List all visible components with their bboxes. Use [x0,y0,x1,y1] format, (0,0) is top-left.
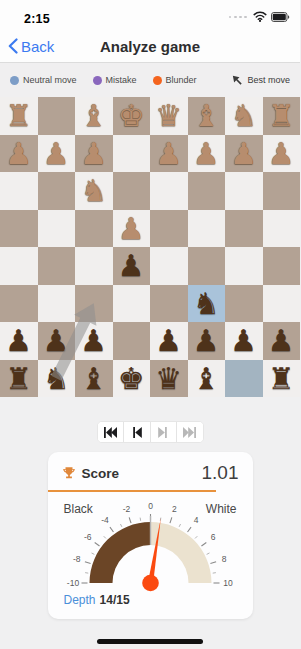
square-g5[interactable] [38,247,76,285]
square-a7[interactable]: ♟ [263,322,301,360]
step-forward-icon [157,427,169,438]
square-c5[interactable] [188,247,226,285]
home-indicator[interactable] [97,639,203,644]
piece-bP-c7: ♟ [193,322,220,360]
piece-bQ-d8: ♛ [155,360,182,398]
square-d1[interactable]: ♛ [150,97,188,135]
legend-blunder: Blunder [153,75,197,85]
square-g1[interactable] [38,97,76,135]
depth-label: Depth [64,593,96,607]
evaluation-gauge: -10-8-6-4-20246810 [48,498,253,598]
board-grid: ♜♝♚♛♝♞♜♟♟♟♟♟♟♟♞♟♟♞♟♟♟♟♟♟♟♜♞♝♚♛♝♜ [0,97,300,397]
svg-text:0: 0 [148,501,153,511]
piece-wK-e1: ♚ [118,97,145,135]
square-h4[interactable] [0,210,38,248]
square-e6[interactable] [113,285,151,323]
trophy-icon [62,466,76,480]
square-f3[interactable]: ♞ [75,172,113,210]
legend-neutral: Neutral move [10,75,77,85]
square-f7[interactable]: ♟ [75,322,113,360]
square-a2[interactable]: ♟ [263,135,301,173]
status-bar: 2:15 [0,0,300,30]
square-b5[interactable] [225,247,263,285]
square-f4[interactable] [75,210,113,248]
square-c1[interactable]: ♝ [188,97,226,135]
square-d4[interactable] [150,210,188,248]
square-f2[interactable]: ♟ [75,135,113,173]
piece-wP-f2: ♟ [80,135,107,173]
score-value: 1.01 [202,462,239,484]
back-button[interactable]: Back [0,38,54,55]
piece-wP-c2: ♟ [193,135,220,173]
square-g3[interactable] [38,172,76,210]
piece-wQ-d1: ♛ [155,97,182,135]
cellular-signal-icon [229,16,247,19]
piece-bP-a7: ♟ [268,322,295,360]
square-h8[interactable]: ♜ [0,360,38,398]
move-legend: Neutral move Mistake Blunder Best move [0,62,300,97]
square-h5[interactable] [0,247,38,285]
square-b7[interactable]: ♟ [225,322,263,360]
svg-text:10: 10 [223,578,233,588]
square-h6[interactable] [0,285,38,323]
square-e5[interactable]: ♟ [113,247,151,285]
svg-text:-6: -6 [84,532,92,542]
step-back-icon [131,427,143,438]
square-a6[interactable] [263,285,301,323]
nav-bar: Back Analyze game [0,30,300,62]
square-d6[interactable] [150,285,188,323]
square-h1[interactable]: ♜ [0,97,38,135]
piece-bB-f8: ♝ [80,360,107,398]
square-g2[interactable]: ♟ [38,135,76,173]
svg-text:6: 6 [210,532,215,542]
square-h2[interactable]: ♟ [0,135,38,173]
square-g6[interactable] [38,285,76,323]
square-e2[interactable] [113,135,151,173]
piece-wB-c1: ♝ [193,97,220,135]
piece-wP-e4: ♟ [118,210,145,248]
square-f5[interactable] [75,247,113,285]
piece-bR-a8: ♜ [268,360,295,398]
legend-best-move: Best move [231,74,290,86]
svg-text:-10: -10 [66,578,79,588]
skip-to-start-button[interactable] [98,422,125,442]
square-e8[interactable]: ♚ [113,360,151,398]
piece-bP-d7: ♟ [155,322,182,360]
piece-bP-b7: ♟ [230,322,257,360]
svg-text:8: 8 [221,554,226,564]
legend-mistake-label: Mistake [106,75,137,85]
svg-text:4: 4 [193,515,198,525]
piece-bN-g8: ♞ [43,360,70,398]
step-back-button[interactable] [124,422,151,442]
blunder-dot-icon [153,76,162,85]
square-f1[interactable]: ♝ [75,97,113,135]
square-d2[interactable]: ♟ [150,135,188,173]
piece-bN-c6: ♞ [193,285,220,323]
svg-text:-8: -8 [73,554,81,564]
mistake-dot-icon [93,76,102,85]
square-e3[interactable] [113,172,151,210]
battery-icon [271,8,290,26]
piece-wP-g2: ♟ [43,135,70,173]
square-c6[interactable]: ♞ [188,285,226,323]
square-e1[interactable]: ♚ [113,97,151,135]
square-a5[interactable] [263,247,301,285]
legend-blunder-label: Blunder [166,75,197,85]
square-g7[interactable]: ♟ [38,322,76,360]
svg-text:-2: -2 [122,504,130,514]
legend-best-move-label: Best move [247,75,290,85]
piece-wR-a1: ♜ [268,97,295,135]
piece-wP-b2: ♟ [230,135,257,173]
depth-value: 14/15 [100,593,130,607]
square-a4[interactable] [263,210,301,248]
square-f8[interactable]: ♝ [75,360,113,398]
square-b6[interactable] [225,285,263,323]
square-d5[interactable] [150,247,188,285]
square-c3[interactable] [188,172,226,210]
legend-mistake: Mistake [93,75,137,85]
playback-controls [97,421,204,443]
depth-row: Depth14/15 [64,593,130,607]
piece-bB-c8: ♝ [193,360,220,398]
square-d7[interactable]: ♟ [150,322,188,360]
square-a8[interactable]: ♜ [263,360,301,398]
square-c2[interactable]: ♟ [188,135,226,173]
square-b8[interactable] [225,360,263,398]
square-h3[interactable] [0,172,38,210]
wifi-icon [253,8,267,26]
piece-wN-f3: ♞ [80,172,107,210]
clock: 2:15 [24,12,50,26]
legend-neutral-label: Neutral move [23,75,77,85]
piece-bR-h8: ♜ [5,360,32,398]
square-g8[interactable]: ♞ [38,360,76,398]
square-e7[interactable] [113,322,151,360]
piece-wB-f1: ♝ [80,97,107,135]
square-e4[interactable]: ♟ [113,210,151,248]
square-c4[interactable] [188,210,226,248]
skip-to-end-icon [183,427,197,438]
square-b3[interactable] [225,172,263,210]
piece-wP-a2: ♟ [268,135,295,173]
svg-text:-4: -4 [101,515,109,525]
piece-wR-h1: ♜ [5,97,32,135]
skip-to-end-button[interactable] [177,422,203,442]
best-move-arrow-icon [231,74,243,86]
square-b1[interactable]: ♞ [225,97,263,135]
chess-board: ♜♝♚♛♝♞♜♟♟♟♟♟♟♟♞♟♟♞♟♟♟♟♟♟♟♜♞♝♚♛♝♜ [0,97,300,397]
piece-wP-d2: ♟ [155,135,182,173]
piece-bP-f7: ♟ [80,322,107,360]
score-card: Score 1.01 Black White -10-8-6-4-2024681… [48,452,253,619]
score-header: Score 1.01 [48,452,253,490]
square-b4[interactable] [225,210,263,248]
piece-bP-h7: ♟ [5,322,32,360]
square-f6[interactable] [75,285,113,323]
square-a1[interactable]: ♜ [263,97,301,135]
score-gauge-area: Black White -10-8-6-4-20246810 Depth14/1… [48,492,253,619]
square-c8[interactable]: ♝ [188,360,226,398]
neutral-move-dot-icon [10,76,19,85]
step-forward-button[interactable] [151,422,178,442]
piece-bP-g7: ♟ [43,322,70,360]
square-c7[interactable]: ♟ [188,322,226,360]
square-d8[interactable]: ♛ [150,360,188,398]
square-g4[interactable] [38,210,76,248]
chevron-left-icon [8,38,18,54]
square-d3[interactable] [150,172,188,210]
piece-wN-b1: ♞ [230,97,257,135]
back-label: Back [21,38,54,55]
square-h7[interactable]: ♟ [0,322,38,360]
piece-bP-e5: ♟ [118,247,145,285]
piece-wP-h2: ♟ [5,135,32,173]
square-b2[interactable]: ♟ [225,135,263,173]
score-title: Score [82,466,120,481]
piece-bK-e8: ♚ [118,360,145,398]
skip-to-start-icon [103,427,117,438]
svg-text:2: 2 [172,504,177,514]
square-a3[interactable] [263,172,301,210]
